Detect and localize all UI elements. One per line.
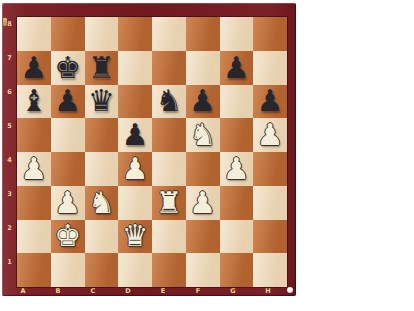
rank-label-2: 2	[5, 224, 14, 232]
rank-label-3: 3	[5, 190, 14, 198]
file-label-d: D	[122, 287, 134, 295]
piece-wr-e3[interactable]: ♜	[152, 186, 186, 220]
square-a2[interactable]	[17, 220, 51, 254]
square-c8[interactable]	[85, 17, 119, 51]
square-e2[interactable]	[152, 220, 186, 254]
square-b1[interactable]	[51, 253, 85, 287]
square-b4[interactable]	[51, 152, 85, 186]
square-d3[interactable]	[118, 186, 152, 220]
square-d6[interactable]	[118, 85, 152, 119]
board-squares: ♟♚♜♟♝♟♛♞♟♟♟♞♟♟♟♟♟♞♜♟♚♛	[17, 17, 287, 287]
piece-wp-g4[interactable]: ♟	[220, 152, 254, 186]
piece-wp-a4[interactable]: ♟	[17, 152, 51, 186]
square-g2[interactable]	[220, 220, 254, 254]
piece-bp-g7[interactable]: ♟	[220, 51, 254, 85]
square-e5[interactable]	[152, 118, 186, 152]
piece-wp-h5[interactable]: ♟	[253, 118, 287, 152]
square-g5[interactable]	[220, 118, 254, 152]
chess-board: ♟♚♜♟♝♟♛♞♟♟♟♞♟♟♟♟♟♞♜♟♚♛ ABCDEFGH 87654321	[2, 3, 296, 296]
square-d1[interactable]	[118, 253, 152, 287]
square-a5[interactable]	[17, 118, 51, 152]
file-label-e: E	[157, 287, 169, 295]
square-f4[interactable]	[186, 152, 220, 186]
square-h3[interactable]	[253, 186, 287, 220]
square-f7[interactable]	[186, 51, 220, 85]
file-label-a: A	[17, 287, 29, 295]
piece-bb-a6[interactable]: ♝	[17, 85, 51, 119]
square-h7[interactable]	[253, 51, 287, 85]
square-d2[interactable]: ♛	[118, 220, 152, 254]
square-h8[interactable]	[253, 17, 287, 51]
square-c7[interactable]: ♜	[85, 51, 119, 85]
square-c3[interactable]: ♞	[85, 186, 119, 220]
piece-wn-c3[interactable]: ♞	[85, 186, 119, 220]
piece-wk-b2[interactable]: ♚	[51, 220, 85, 254]
square-h2[interactable]	[253, 220, 287, 254]
piece-bk-b7[interactable]: ♚	[51, 51, 85, 85]
file-label-c: C	[87, 287, 99, 295]
square-a4[interactable]: ♟	[17, 152, 51, 186]
piece-bp-d5[interactable]: ♟	[118, 118, 152, 152]
square-g7[interactable]: ♟	[220, 51, 254, 85]
square-g6[interactable]	[220, 85, 254, 119]
rank-label-1: 1	[5, 258, 14, 266]
square-h4[interactable]	[253, 152, 287, 186]
square-b5[interactable]	[51, 118, 85, 152]
square-b8[interactable]	[51, 17, 85, 51]
square-e3[interactable]: ♜	[152, 186, 186, 220]
square-e6[interactable]: ♞	[152, 85, 186, 119]
rank-label-5: 5	[5, 122, 14, 130]
square-g4[interactable]: ♟	[220, 152, 254, 186]
square-f1[interactable]	[186, 253, 220, 287]
piece-wp-f3[interactable]: ♟	[186, 186, 220, 220]
square-e4[interactable]	[152, 152, 186, 186]
square-b2[interactable]: ♚	[51, 220, 85, 254]
border-notch-icon	[3, 18, 7, 26]
square-b3[interactable]: ♟	[51, 186, 85, 220]
file-label-h: H	[262, 287, 274, 295]
square-h1[interactable]	[253, 253, 287, 287]
square-c2[interactable]	[85, 220, 119, 254]
rank-label-7: 7	[5, 54, 14, 62]
piece-bp-a7[interactable]: ♟	[17, 51, 51, 85]
piece-wn-f5[interactable]: ♞	[186, 118, 220, 152]
square-a6[interactable]: ♝	[17, 85, 51, 119]
square-a7[interactable]: ♟	[17, 51, 51, 85]
square-e1[interactable]	[152, 253, 186, 287]
piece-bp-h6[interactable]: ♟	[253, 85, 287, 119]
square-a8[interactable]	[17, 17, 51, 51]
square-e8[interactable]	[152, 17, 186, 51]
rank-label-6: 6	[5, 88, 14, 96]
square-h5[interactable]: ♟	[253, 118, 287, 152]
file-label-g: G	[227, 287, 239, 295]
piece-br-c7[interactable]: ♜	[85, 51, 119, 85]
piece-wq-d2[interactable]: ♛	[118, 220, 152, 254]
square-h6[interactable]: ♟	[253, 85, 287, 119]
square-e7[interactable]	[152, 51, 186, 85]
square-c1[interactable]	[85, 253, 119, 287]
square-c4[interactable]	[85, 152, 119, 186]
piece-bn-e6[interactable]: ♞	[152, 85, 186, 119]
square-a3[interactable]	[17, 186, 51, 220]
square-b6[interactable]: ♟	[51, 85, 85, 119]
piece-wp-d4[interactable]: ♟	[118, 152, 152, 186]
square-a1[interactable]	[17, 253, 51, 287]
file-label-b: B	[52, 287, 64, 295]
piece-bp-f6[interactable]: ♟	[186, 85, 220, 119]
square-g8[interactable]	[220, 17, 254, 51]
white-to-move-indicator	[287, 287, 293, 293]
square-d4[interactable]: ♟	[118, 152, 152, 186]
piece-wp-b3[interactable]: ♟	[51, 186, 85, 220]
piece-bp-b6[interactable]: ♟	[51, 85, 85, 119]
square-b7[interactable]: ♚	[51, 51, 85, 85]
square-d5[interactable]: ♟	[118, 118, 152, 152]
square-f3[interactable]: ♟	[186, 186, 220, 220]
square-f2[interactable]	[186, 220, 220, 254]
square-g3[interactable]	[220, 186, 254, 220]
square-f5[interactable]: ♞	[186, 118, 220, 152]
file-label-f: F	[192, 287, 204, 295]
square-c6[interactable]: ♛	[85, 85, 119, 119]
square-f6[interactable]: ♟	[186, 85, 220, 119]
square-c5[interactable]	[85, 118, 119, 152]
square-f8[interactable]	[186, 17, 220, 51]
square-d7[interactable]	[118, 51, 152, 85]
rank-label-4: 4	[5, 156, 14, 164]
piece-bq-c6[interactable]: ♛	[85, 85, 119, 119]
square-d8[interactable]	[118, 17, 152, 51]
square-g1[interactable]	[220, 253, 254, 287]
